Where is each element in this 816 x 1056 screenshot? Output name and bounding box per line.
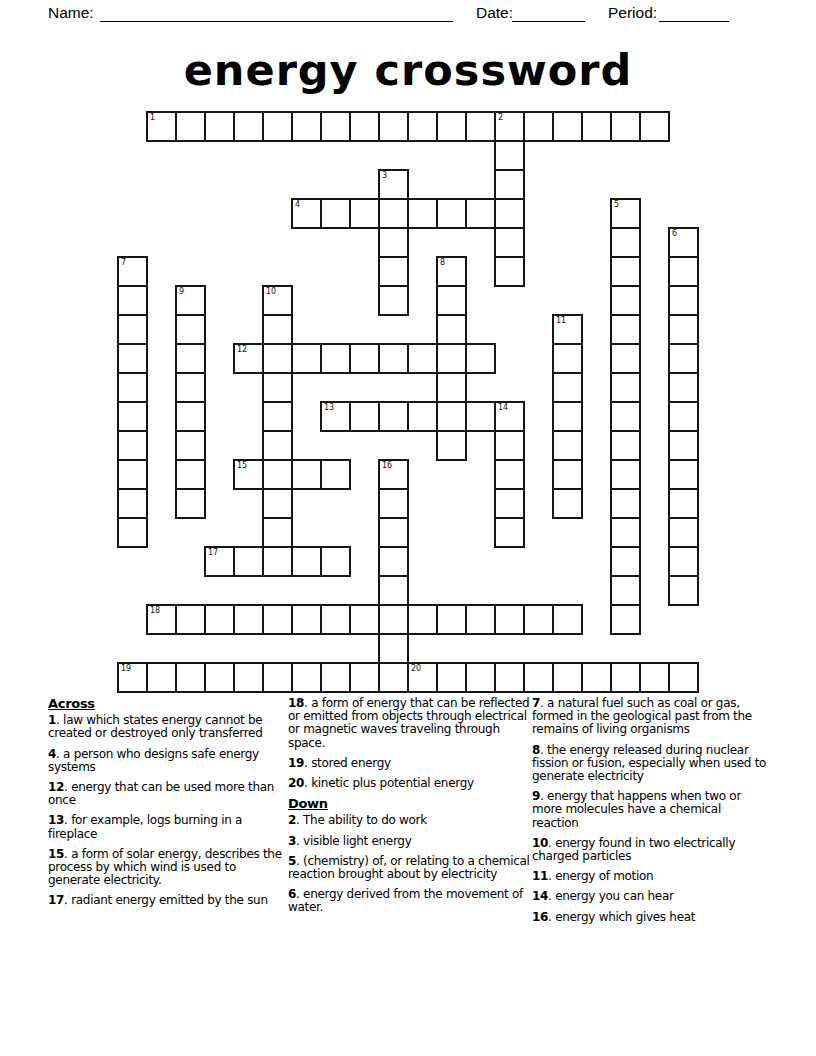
- grid-cell-r5-c0[interactable]: 7: [117, 256, 148, 287]
- cell-number-4: 4: [295, 200, 300, 209]
- worksheet-page: Name: Date: Period: energy crossword 123…: [0, 0, 816, 1056]
- grid-cell-r7-c17[interactable]: [610, 314, 641, 345]
- grid-cell-r12-c19[interactable]: [668, 459, 699, 490]
- grid-cell-r15-c6[interactable]: [291, 546, 322, 577]
- grid-cell-r16-c19[interactable]: [668, 575, 699, 606]
- grid-cell-r19-c19[interactable]: [668, 662, 699, 693]
- clue-down-16: 16. energy which gives heat: [532, 911, 768, 924]
- clue-number: 5: [288, 854, 296, 868]
- grid-cell-r17-c5[interactable]: [262, 604, 293, 635]
- grid-cell-r15-c17[interactable]: [610, 546, 641, 577]
- clue-across-15: 15. a form of solar energy, describes th…: [48, 848, 286, 888]
- grid-cell-r0-c1[interactable]: 1: [146, 111, 177, 142]
- grid-cell-r6-c0[interactable]: [117, 285, 148, 316]
- clue-number: 2: [288, 813, 296, 827]
- grid-cell-r8-c6[interactable]: [291, 343, 322, 374]
- grid-cell-r0-c17[interactable]: [610, 111, 641, 142]
- grid-cell-r8-c9[interactable]: [378, 343, 409, 374]
- grid-cell-r17-c2[interactable]: [175, 604, 206, 635]
- grid-cell-r10-c12[interactable]: [465, 401, 496, 432]
- grid-cell-r6-c9[interactable]: [378, 285, 409, 316]
- grid-cell-r0-c12[interactable]: [465, 111, 496, 142]
- grid-cell-r6-c5[interactable]: 10: [262, 285, 293, 316]
- grid-cell-r8-c4[interactable]: 12: [233, 343, 264, 374]
- clue-column-2: 18. a form of energy that can be reflect…: [288, 697, 532, 922]
- grid-cell-r3-c11[interactable]: [436, 198, 467, 229]
- clue-across-1: 1. law which states energy cannot be cre…: [48, 714, 286, 740]
- clue-down-5: 5. (chemistry) of, or relating to a chem…: [288, 855, 532, 881]
- grid-cell-r0-c6[interactable]: [291, 111, 322, 142]
- date-label: Date:: [476, 4, 513, 22]
- grid-cell-r5-c11[interactable]: 8: [436, 256, 467, 287]
- clue-down-9: 9. energy that happens when two or more …: [532, 790, 768, 830]
- grid-cell-r9-c5[interactable]: [262, 372, 293, 403]
- grid-cell-r3-c8[interactable]: [349, 198, 380, 229]
- grid-cell-r9-c17[interactable]: [610, 372, 641, 403]
- grid-cell-r15-c9[interactable]: [378, 546, 409, 577]
- grid-cell-r0-c3[interactable]: [204, 111, 235, 142]
- cell-number-20: 20: [411, 664, 421, 673]
- clue-number: 11: [532, 869, 548, 883]
- grid-cell-r12-c4[interactable]: 15: [233, 459, 264, 490]
- grid-cell-r0-c10[interactable]: [407, 111, 438, 142]
- grid-cell-r13-c0[interactable]: [117, 488, 148, 519]
- cell-number-6: 6: [672, 229, 677, 238]
- period-blank-line[interactable]: [659, 21, 729, 22]
- clue-across-13: 13. for example, logs burning in a firep…: [48, 814, 286, 840]
- grid-cell-r19-c13[interactable]: [494, 662, 525, 693]
- cell-number-13: 13: [324, 403, 334, 412]
- grid-cell-r0-c15[interactable]: [552, 111, 583, 142]
- clue-number: 12: [48, 780, 64, 794]
- grid-cell-r6-c11[interactable]: [436, 285, 467, 316]
- grid-cell-r14-c0[interactable]: [117, 517, 148, 548]
- grid-cell-r8-c12[interactable]: [465, 343, 496, 374]
- clue-number: 14: [532, 889, 548, 903]
- grid-cell-r17-c14[interactable]: [523, 604, 554, 635]
- grid-cell-r12-c9[interactable]: 16: [378, 459, 409, 490]
- grid-cell-r11-c0[interactable]: [117, 430, 148, 461]
- cell-number-7: 7: [121, 258, 126, 267]
- grid-cell-r11-c17[interactable]: [610, 430, 641, 461]
- name-blank-line[interactable]: [100, 21, 453, 22]
- grid-cell-r13-c17[interactable]: [610, 488, 641, 519]
- grid-cell-r19-c11[interactable]: [436, 662, 467, 693]
- clue-number: 19: [288, 756, 304, 770]
- grid-cell-r10-c2[interactable]: [175, 401, 206, 432]
- grid-cell-r8-c2[interactable]: [175, 343, 206, 374]
- grid-cell-r12-c6[interactable]: [291, 459, 322, 490]
- grid-cell-r11-c2[interactable]: [175, 430, 206, 461]
- clue-down-14: 14. energy you can hear: [532, 890, 768, 903]
- grid-cell-r13-c15[interactable]: [552, 488, 583, 519]
- grid-cell-r19-c3[interactable]: [204, 662, 235, 693]
- grid-cell-r3-c12[interactable]: [465, 198, 496, 229]
- grid-cell-r0-c13[interactable]: 2: [494, 111, 525, 142]
- grid-cell-r7-c2[interactable]: [175, 314, 206, 345]
- clue-number: 16: [532, 910, 548, 924]
- clue-down-8: 8. the energy released during nuclear fi…: [532, 744, 768, 784]
- grid-cell-r10-c9[interactable]: [378, 401, 409, 432]
- grid-cell-r3-c7[interactable]: [320, 198, 351, 229]
- cell-number-14: 14: [498, 403, 508, 412]
- cell-number-12: 12: [237, 345, 247, 354]
- clue-number: 10: [532, 836, 548, 850]
- grid-cell-r8-c11[interactable]: [436, 343, 467, 374]
- grid-cell-r11-c5[interactable]: [262, 430, 293, 461]
- grid-cell-r17-c12[interactable]: [465, 604, 496, 635]
- grid-cell-r9-c19[interactable]: [668, 372, 699, 403]
- grid-cell-r8-c5[interactable]: [262, 343, 293, 374]
- grid-cell-r12-c0[interactable]: [117, 459, 148, 490]
- date-blank-line[interactable]: [512, 21, 585, 22]
- grid-cell-r19-c5[interactable]: [262, 662, 293, 693]
- clue-number: 1: [48, 713, 56, 727]
- grid-cell-r5-c19[interactable]: [668, 256, 699, 287]
- down-clues-heading: Down: [288, 797, 532, 810]
- grid-cell-r19-c7[interactable]: [320, 662, 351, 693]
- cell-number-11: 11: [556, 316, 566, 325]
- cell-number-5: 5: [614, 200, 619, 209]
- clue-number: 13: [48, 813, 64, 827]
- grid-cell-r10-c15[interactable]: [552, 401, 583, 432]
- cell-number-17: 17: [208, 548, 218, 557]
- period-label: Period:: [608, 4, 657, 22]
- grid-cell-r7-c15[interactable]: 11: [552, 314, 583, 345]
- grid-cell-r10-c17[interactable]: [610, 401, 641, 432]
- clue-down-3: 3. visible light energy: [288, 835, 532, 848]
- grid-cell-r16-c9[interactable]: [378, 575, 409, 606]
- grid-cell-r17-c17[interactable]: [610, 604, 641, 635]
- grid-cell-r10-c0[interactable]: [117, 401, 148, 432]
- grid-cell-r0-c2[interactable]: [175, 111, 206, 142]
- grid-cell-r19-c10[interactable]: 20: [407, 662, 438, 693]
- grid-cell-r5-c13[interactable]: [494, 256, 525, 287]
- grid-cell-r4-c13[interactable]: [494, 227, 525, 258]
- grid-cell-r13-c5[interactable]: [262, 488, 293, 519]
- grid-cell-r14-c5[interactable]: [262, 517, 293, 548]
- grid-cell-r12-c5[interactable]: [262, 459, 293, 490]
- cell-number-1: 1: [150, 113, 155, 122]
- grid-cell-r12-c7[interactable]: [320, 459, 351, 490]
- grid-cell-r12-c13[interactable]: [494, 459, 525, 490]
- grid-cell-r19-c4[interactable]: [233, 662, 264, 693]
- grid-cell-r10-c10[interactable]: [407, 401, 438, 432]
- clue-number: 6: [288, 887, 296, 901]
- grid-cell-r2-c9[interactable]: 3: [378, 169, 409, 200]
- grid-cell-r6-c19[interactable]: [668, 285, 699, 316]
- grid-cell-r8-c8[interactable]: [349, 343, 380, 374]
- page-title: energy crossword: [0, 47, 816, 93]
- crossword-grid: 1234567891011121314151617181920: [117, 111, 699, 693]
- clue-down-6: 6. energy derived from the movement of w…: [288, 888, 532, 914]
- grid-cell-r7-c11[interactable]: [436, 314, 467, 345]
- grid-cell-r3-c9[interactable]: [378, 198, 409, 229]
- clue-down-11: 11. energy of motion: [532, 870, 768, 883]
- grid-cell-r11-c15[interactable]: [552, 430, 583, 461]
- grid-cell-r17-c1[interactable]: 18: [146, 604, 177, 635]
- grid-cell-r9-c0[interactable]: [117, 372, 148, 403]
- grid-cell-r4-c17[interactable]: [610, 227, 641, 258]
- grid-cell-r0-c4[interactable]: [233, 111, 264, 142]
- cell-number-2: 2: [498, 113, 503, 122]
- grid-cell-r19-c8[interactable]: [349, 662, 380, 693]
- grid-cell-r8-c15[interactable]: [552, 343, 583, 374]
- grid-cell-r17-c4[interactable]: [233, 604, 264, 635]
- grid-cell-r8-c17[interactable]: [610, 343, 641, 374]
- grid-cell-r17-c11[interactable]: [436, 604, 467, 635]
- grid-cell-r15-c19[interactable]: [668, 546, 699, 577]
- grid-cell-r3-c13[interactable]: [494, 198, 525, 229]
- clue-down-10: 10. energy found in two electrically cha…: [532, 837, 768, 863]
- grid-cell-r17-c9[interactable]: [378, 604, 409, 635]
- grid-cell-r5-c9[interactable]: [378, 256, 409, 287]
- grid-cell-r17-c6[interactable]: [291, 604, 322, 635]
- cell-number-8: 8: [440, 258, 445, 267]
- grid-cell-r19-c0[interactable]: 19: [117, 662, 148, 693]
- grid-cell-r10-c5[interactable]: [262, 401, 293, 432]
- grid-cell-r19-c17[interactable]: [610, 662, 641, 693]
- clue-down-2: 2. The ability to do work: [288, 814, 532, 827]
- clue-number: 8: [532, 743, 540, 757]
- clue-number: 18: [288, 696, 304, 710]
- grid-cell-r0-c9[interactable]: [378, 111, 409, 142]
- grid-cell-r17-c3[interactable]: [204, 604, 235, 635]
- grid-cell-r19-c15[interactable]: [552, 662, 583, 693]
- grid-cell-r16-c17[interactable]: [610, 575, 641, 606]
- cell-number-19: 19: [121, 664, 131, 673]
- grid-cell-r8-c7[interactable]: [320, 343, 351, 374]
- cell-number-16: 16: [382, 461, 392, 470]
- grid-cell-r8-c0[interactable]: [117, 343, 148, 374]
- grid-cell-r17-c7[interactable]: [320, 604, 351, 635]
- clue-number: 17: [48, 893, 64, 907]
- clue-number: 4: [48, 747, 56, 761]
- grid-cell-r18-c9[interactable]: [378, 633, 409, 664]
- grid-cell-r19-c9[interactable]: [378, 662, 409, 693]
- grid-cell-r10-c11[interactable]: [436, 401, 467, 432]
- clue-across-17: 17. radiant energy emitted by the sun: [48, 894, 286, 907]
- grid-cell-r0-c7[interactable]: [320, 111, 351, 142]
- grid-cell-r9-c15[interactable]: [552, 372, 583, 403]
- grid-cell-r0-c11[interactable]: [436, 111, 467, 142]
- grid-cell-r3-c17[interactable]: 5: [610, 198, 641, 229]
- grid-cell-r12-c15[interactable]: [552, 459, 583, 490]
- grid-cell-r19-c2[interactable]: [175, 662, 206, 693]
- grid-cell-r10-c13[interactable]: 14: [494, 401, 525, 432]
- grid-cell-r7-c0[interactable]: [117, 314, 148, 345]
- grid-cell-r5-c17[interactable]: [610, 256, 641, 287]
- clue-column-3: 7. a natural fuel such as coal or gas, f…: [532, 697, 768, 931]
- clue-number: 15: [48, 847, 64, 861]
- grid-cell-r14-c19[interactable]: [668, 517, 699, 548]
- grid-cell-r17-c13[interactable]: [494, 604, 525, 635]
- clue-across-19: 19. stored energy: [288, 757, 532, 770]
- grid-cell-r15-c5[interactable]: [262, 546, 293, 577]
- cell-number-10: 10: [266, 287, 276, 296]
- grid-cell-r13-c19[interactable]: [668, 488, 699, 519]
- clue-across-18: 18. a form of energy that can be reflect…: [288, 697, 532, 750]
- clue-column-1: Across1. law which states energy cannot …: [48, 697, 286, 915]
- grid-cell-r19-c1[interactable]: [146, 662, 177, 693]
- grid-cell-r13-c9[interactable]: [378, 488, 409, 519]
- grid-cell-r15-c3[interactable]: 17: [204, 546, 235, 577]
- grid-cell-r11-c13[interactable]: [494, 430, 525, 461]
- grid-cell-r19-c12[interactable]: [465, 662, 496, 693]
- grid-cell-r15-c4[interactable]: [233, 546, 264, 577]
- grid-cell-r4-c9[interactable]: [378, 227, 409, 258]
- grid-cell-r17-c10[interactable]: [407, 604, 438, 635]
- grid-cell-r14-c13[interactable]: [494, 517, 525, 548]
- grid-cell-r6-c17[interactable]: [610, 285, 641, 316]
- clue-across-20: 20. kinetic plus potential energy: [288, 777, 532, 790]
- grid-cell-r7-c19[interactable]: [668, 314, 699, 345]
- grid-cell-r2-c13[interactable]: [494, 169, 525, 200]
- cell-number-9: 9: [179, 287, 184, 296]
- grid-cell-r10-c7[interactable]: 13: [320, 401, 351, 432]
- grid-cell-r0-c5[interactable]: [262, 111, 293, 142]
- across-clues-heading: Across: [48, 697, 286, 710]
- grid-cell-r0-c14[interactable]: [523, 111, 554, 142]
- grid-cell-r13-c13[interactable]: [494, 488, 525, 519]
- clue-number: 20: [288, 776, 304, 790]
- grid-cell-r4-c19[interactable]: 6: [668, 227, 699, 258]
- grid-cell-r17-c15[interactable]: [552, 604, 583, 635]
- cell-number-15: 15: [237, 461, 247, 470]
- grid-cell-r3-c6[interactable]: 4: [291, 198, 322, 229]
- grid-cell-r0-c18[interactable]: [639, 111, 670, 142]
- grid-cell-r10-c8[interactable]: [349, 401, 380, 432]
- grid-cell-r12-c2[interactable]: [175, 459, 206, 490]
- grid-cell-r11-c19[interactable]: [668, 430, 699, 461]
- cell-number-18: 18: [150, 606, 160, 615]
- grid-cell-r9-c11[interactable]: [436, 372, 467, 403]
- grid-cell-r9-c2[interactable]: [175, 372, 206, 403]
- clue-across-12: 12. energy that can be used more than on…: [48, 781, 286, 807]
- grid-cell-r0-c16[interactable]: [581, 111, 612, 142]
- grid-cell-r7-c5[interactable]: [262, 314, 293, 345]
- clue-number: 9: [532, 789, 540, 803]
- grid-cell-r14-c9[interactable]: [378, 517, 409, 548]
- grid-cell-r13-c2[interactable]: [175, 488, 206, 519]
- grid-cell-r0-c8[interactable]: [349, 111, 380, 142]
- grid-cell-r1-c13[interactable]: [494, 140, 525, 171]
- grid-cell-r19-c18[interactable]: [639, 662, 670, 693]
- grid-cell-r19-c6[interactable]: [291, 662, 322, 693]
- cell-number-3: 3: [382, 171, 387, 180]
- clue-number: 3: [288, 834, 296, 848]
- clue-down-7: 7. a natural fuel such as coal or gas, f…: [532, 697, 768, 737]
- grid-cell-r8-c10[interactable]: [407, 343, 438, 374]
- grid-cell-r6-c2[interactable]: 9: [175, 285, 206, 316]
- grid-cell-r19-c16[interactable]: [581, 662, 612, 693]
- grid-cell-r8-c19[interactable]: [668, 343, 699, 374]
- grid-cell-r11-c11[interactable]: [436, 430, 467, 461]
- name-label: Name:: [48, 4, 94, 22]
- grid-cell-r19-c14[interactable]: [523, 662, 554, 693]
- clue-number: 7: [532, 696, 540, 710]
- grid-cell-r17-c8[interactable]: [349, 604, 380, 635]
- clue-across-4: 4. a person who designs safe energy syst…: [48, 748, 286, 774]
- grid-cell-r10-c19[interactable]: [668, 401, 699, 432]
- grid-cell-r12-c17[interactable]: [610, 459, 641, 490]
- grid-cell-r14-c17[interactable]: [610, 517, 641, 548]
- grid-cell-r3-c10[interactable]: [407, 198, 438, 229]
- grid-cell-r15-c7[interactable]: [320, 546, 351, 577]
